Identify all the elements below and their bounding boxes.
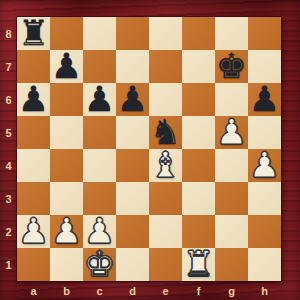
square-e3[interactable] (149, 182, 182, 215)
square-a2[interactable]: ♟ (17, 215, 50, 248)
white-pawn[interactable]: ♟ (18, 215, 49, 248)
square-d7[interactable] (116, 50, 149, 83)
square-d4[interactable] (116, 149, 149, 182)
square-e2[interactable] (149, 215, 182, 248)
square-h6[interactable]: ♟ (248, 83, 281, 116)
square-b2[interactable]: ♟ (50, 215, 83, 248)
black-pawn[interactable]: ♟ (249, 83, 280, 116)
black-pawn[interactable]: ♟ (84, 83, 115, 116)
square-c2[interactable]: ♟ (83, 215, 116, 248)
black-pawn[interactable]: ♟ (51, 50, 82, 83)
file-label-b: b (50, 281, 83, 300)
square-f3[interactable] (182, 182, 215, 215)
square-e7[interactable] (149, 50, 182, 83)
square-f1[interactable]: ♜ (182, 248, 215, 281)
square-g2[interactable] (215, 215, 248, 248)
white-bishop[interactable]: ♝ (150, 149, 181, 182)
square-a8[interactable]: ♜ (17, 17, 50, 50)
square-f5[interactable] (182, 116, 215, 149)
rank-label-2: 2 (0, 215, 17, 248)
black-knight[interactable]: ♞ (150, 116, 181, 149)
square-g1[interactable] (215, 248, 248, 281)
square-e6[interactable] (149, 83, 182, 116)
black-pawn[interactable]: ♟ (117, 83, 148, 116)
square-f7[interactable] (182, 50, 215, 83)
chess-diagram: 87654321 abcdefgh ♜♟♚♟♟♟♟♞♟♝♟♟♟♟♚♜ (0, 0, 300, 300)
file-label-g: g (215, 281, 248, 300)
white-king[interactable]: ♚ (84, 248, 115, 281)
square-d8[interactable] (116, 17, 149, 50)
white-pawn[interactable]: ♟ (84, 215, 115, 248)
square-c1[interactable]: ♚ (83, 248, 116, 281)
white-pawn[interactable]: ♟ (216, 116, 247, 149)
rank-label-6: 6 (0, 83, 17, 116)
file-label-d: d (116, 281, 149, 300)
rank-label-1: 1 (0, 248, 17, 281)
square-a3[interactable] (17, 182, 50, 215)
file-label-h: h (248, 281, 281, 300)
square-g8[interactable] (215, 17, 248, 50)
square-c7[interactable] (83, 50, 116, 83)
white-pawn[interactable]: ♟ (51, 215, 82, 248)
black-rook[interactable]: ♜ (18, 17, 49, 50)
square-e8[interactable] (149, 17, 182, 50)
square-f8[interactable] (182, 17, 215, 50)
square-b7[interactable]: ♟ (50, 50, 83, 83)
rank-label-3: 3 (0, 182, 17, 215)
black-pawn[interactable]: ♟ (18, 83, 49, 116)
square-a6[interactable]: ♟ (17, 83, 50, 116)
square-d5[interactable] (116, 116, 149, 149)
square-b6[interactable] (50, 83, 83, 116)
square-b4[interactable] (50, 149, 83, 182)
square-h5[interactable] (248, 116, 281, 149)
square-c3[interactable] (83, 182, 116, 215)
square-g7[interactable]: ♚ (215, 50, 248, 83)
square-d1[interactable] (116, 248, 149, 281)
square-g4[interactable] (215, 149, 248, 182)
rank-label-4: 4 (0, 149, 17, 182)
square-a5[interactable] (17, 116, 50, 149)
square-h3[interactable] (248, 182, 281, 215)
rank-label-8: 8 (0, 17, 17, 50)
file-label-a: a (17, 281, 50, 300)
square-e1[interactable] (149, 248, 182, 281)
square-d3[interactable] (116, 182, 149, 215)
chess-board: ♜♟♚♟♟♟♟♞♟♝♟♟♟♟♚♜ (17, 17, 281, 281)
square-c6[interactable]: ♟ (83, 83, 116, 116)
square-f4[interactable] (182, 149, 215, 182)
file-label-f: f (182, 281, 215, 300)
rank-label-7: 7 (0, 50, 17, 83)
square-c5[interactable] (83, 116, 116, 149)
square-f2[interactable] (182, 215, 215, 248)
square-c8[interactable] (83, 17, 116, 50)
square-e4[interactable]: ♝ (149, 149, 182, 182)
square-b3[interactable] (50, 182, 83, 215)
rank-label-5: 5 (0, 116, 17, 149)
square-h8[interactable] (248, 17, 281, 50)
file-label-e: e (149, 281, 182, 300)
white-pawn[interactable]: ♟ (249, 149, 280, 182)
file-label-c: c (83, 281, 116, 300)
square-h7[interactable] (248, 50, 281, 83)
square-h2[interactable] (248, 215, 281, 248)
square-a1[interactable] (17, 248, 50, 281)
square-h1[interactable] (248, 248, 281, 281)
square-b1[interactable] (50, 248, 83, 281)
square-e5[interactable]: ♞ (149, 116, 182, 149)
square-b5[interactable] (50, 116, 83, 149)
square-g5[interactable]: ♟ (215, 116, 248, 149)
square-c4[interactable] (83, 149, 116, 182)
black-king[interactable]: ♚ (216, 50, 247, 83)
square-g6[interactable] (215, 83, 248, 116)
square-h4[interactable]: ♟ (248, 149, 281, 182)
square-a7[interactable] (17, 50, 50, 83)
square-a4[interactable] (17, 149, 50, 182)
square-d2[interactable] (116, 215, 149, 248)
square-g3[interactable] (215, 182, 248, 215)
white-rook[interactable]: ♜ (183, 248, 214, 281)
square-f6[interactable] (182, 83, 215, 116)
square-b8[interactable] (50, 17, 83, 50)
square-d6[interactable]: ♟ (116, 83, 149, 116)
